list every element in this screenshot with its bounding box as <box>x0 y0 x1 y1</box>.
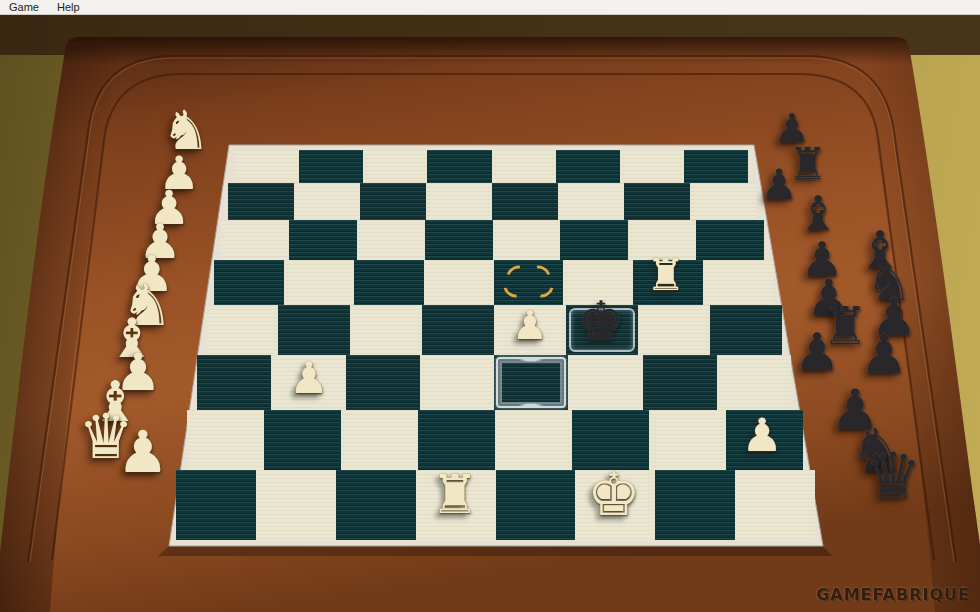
black-pawn-captured[interactable]: ♟ <box>860 328 908 382</box>
white-rook-d1[interactable]: ♜ <box>431 468 479 522</box>
white-pawn-e4[interactable]: ♟ <box>512 305 548 345</box>
white-pawn-h2[interactable]: ♟ <box>741 412 782 458</box>
white-pawn-b3[interactable]: ♟ <box>289 356 328 400</box>
black-king-f4[interactable]: ♚ <box>577 295 625 349</box>
white-rook-g5[interactable]: ♜ <box>646 253 685 297</box>
menu-help[interactable]: Help <box>57 1 80 13</box>
black-pawn-captured[interactable]: ♟ <box>760 164 798 206</box>
menu-game[interactable]: Game <box>9 1 39 13</box>
board-frame <box>169 145 823 546</box>
menu-bar: Game Help <box>0 0 980 15</box>
gamefabrique-watermark: GAMEFABRIQUE <box>816 585 970 604</box>
white-pawn-captured[interactable]: ♟ <box>117 423 169 481</box>
black-bishop-captured[interactable]: ♝ <box>796 189 839 237</box>
white-king-f1[interactable]: ♚ <box>587 464 641 524</box>
black-pawn-captured[interactable]: ♟ <box>794 326 841 378</box>
chess-titans-window: { "game": "chess", "app": { "name": "Che… <box>0 0 980 612</box>
black-queen-captured[interactable]: ♛ <box>864 444 921 508</box>
board-shadow <box>158 545 833 556</box>
